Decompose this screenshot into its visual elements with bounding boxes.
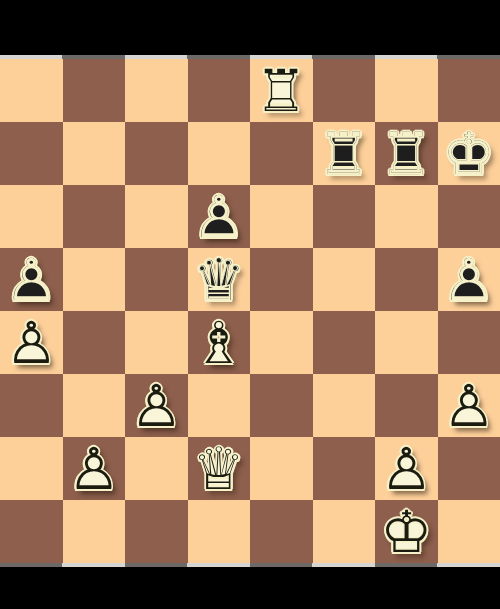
square-a1[interactable] <box>0 500 63 563</box>
square-f4[interactable] <box>313 311 376 374</box>
square-b5[interactable] <box>63 248 126 311</box>
white-queen-detail-lines: ♕ <box>188 440 251 498</box>
square-e7[interactable] <box>250 122 313 185</box>
piece-white-bishop[interactable]: ♝♗ <box>188 311 251 374</box>
square-h6[interactable] <box>438 185 500 248</box>
square-e2[interactable] <box>250 437 313 500</box>
white-pawn-glyph: ♟ <box>438 377 500 435</box>
white-pawn-glyph: ♟ <box>0 314 63 372</box>
screenshot-canvas: ♜♖♜♖♜♖♚♔♟♙♟♙♛♕♟♙♟♙♝♗♟♙♟♙♟♙♛♕♟♙♚♔ <box>0 0 500 609</box>
square-b8[interactable] <box>63 59 126 122</box>
square-f5[interactable] <box>313 248 376 311</box>
piece-black-pawn[interactable]: ♟♙ <box>0 248 63 311</box>
square-b7[interactable] <box>63 122 126 185</box>
square-c1[interactable] <box>125 500 188 563</box>
square-f1[interactable] <box>313 500 376 563</box>
square-f8[interactable] <box>313 59 376 122</box>
white-king-glyph: ♚ <box>375 503 438 561</box>
square-b3[interactable] <box>63 374 126 437</box>
black-pawn-detail-lines: ♙ <box>438 251 500 309</box>
piece-white-pawn[interactable]: ♟♙ <box>0 311 63 374</box>
white-pawn-detail-lines: ♙ <box>375 440 438 498</box>
white-rook-detail-lines: ♖ <box>250 62 313 120</box>
piece-white-king[interactable]: ♚♔ <box>375 500 438 563</box>
square-a3[interactable] <box>0 374 63 437</box>
black-rook-glyph: ♜ <box>313 125 376 183</box>
board-grid: ♜♖♜♖♜♖♚♔♟♙♟♙♛♕♟♙♟♙♝♗♟♙♟♙♟♙♛♕♟♙♚♔ <box>0 59 500 563</box>
piece-white-pawn[interactable]: ♟♙ <box>63 437 126 500</box>
square-h7[interactable]: ♚♔ <box>438 122 500 185</box>
white-king-detail-lines: ♔ <box>375 503 438 561</box>
square-d2[interactable]: ♛♕ <box>188 437 251 500</box>
square-h3[interactable]: ♟♙ <box>438 374 500 437</box>
square-h1[interactable] <box>438 500 500 563</box>
black-rook-detail-lines: ♖ <box>313 125 376 183</box>
black-king-detail-lines: ♔ <box>438 125 500 183</box>
white-pawn-glyph: ♟ <box>125 377 188 435</box>
square-g7[interactable]: ♜♖ <box>375 122 438 185</box>
black-queen-glyph: ♛ <box>188 251 251 309</box>
square-g2[interactable]: ♟♙ <box>375 437 438 500</box>
square-a2[interactable] <box>0 437 63 500</box>
square-c6[interactable] <box>125 185 188 248</box>
white-pawn-glyph: ♟ <box>375 440 438 498</box>
square-a6[interactable] <box>0 185 63 248</box>
square-h5[interactable]: ♟♙ <box>438 248 500 311</box>
square-d6[interactable]: ♟♙ <box>188 185 251 248</box>
white-bishop-glyph: ♝ <box>188 314 251 372</box>
square-e4[interactable] <box>250 311 313 374</box>
piece-black-rook[interactable]: ♜♖ <box>313 122 376 185</box>
square-c2[interactable] <box>125 437 188 500</box>
piece-white-rook[interactable]: ♜♖ <box>250 59 313 122</box>
square-f7[interactable]: ♜♖ <box>313 122 376 185</box>
black-king-glyph: ♚ <box>438 125 500 183</box>
square-f3[interactable] <box>313 374 376 437</box>
white-pawn-detail-lines: ♙ <box>63 440 126 498</box>
square-d7[interactable] <box>188 122 251 185</box>
white-pawn-detail-lines: ♙ <box>0 314 63 372</box>
black-pawn-detail-lines: ♙ <box>0 251 63 309</box>
square-d8[interactable] <box>188 59 251 122</box>
white-queen-glyph: ♛ <box>188 440 251 498</box>
square-c3[interactable]: ♟♙ <box>125 374 188 437</box>
square-a5[interactable]: ♟♙ <box>0 248 63 311</box>
square-e3[interactable] <box>250 374 313 437</box>
square-a8[interactable] <box>0 59 63 122</box>
square-b6[interactable] <box>63 185 126 248</box>
square-h4[interactable] <box>438 311 500 374</box>
square-e6[interactable] <box>250 185 313 248</box>
square-b4[interactable] <box>63 311 126 374</box>
white-pawn-glyph: ♟ <box>63 440 126 498</box>
board-bottom-edge <box>0 563 500 567</box>
white-pawn-detail-lines: ♙ <box>438 377 500 435</box>
piece-white-pawn[interactable]: ♟♙ <box>125 374 188 437</box>
piece-black-king[interactable]: ♚♔ <box>438 122 500 185</box>
piece-white-queen[interactable]: ♛♕ <box>188 437 251 500</box>
piece-black-pawn[interactable]: ♟♙ <box>188 185 251 248</box>
square-c5[interactable] <box>125 248 188 311</box>
square-g4[interactable] <box>375 311 438 374</box>
black-rook-detail-lines: ♖ <box>375 125 438 183</box>
square-e5[interactable] <box>250 248 313 311</box>
square-h2[interactable] <box>438 437 500 500</box>
piece-white-pawn[interactable]: ♟♙ <box>375 437 438 500</box>
square-b2[interactable]: ♟♙ <box>63 437 126 500</box>
piece-black-rook[interactable]: ♜♖ <box>375 122 438 185</box>
square-e8[interactable]: ♜♖ <box>250 59 313 122</box>
square-g8[interactable] <box>375 59 438 122</box>
piece-black-pawn[interactable]: ♟♙ <box>438 248 500 311</box>
black-pawn-glyph: ♟ <box>438 251 500 309</box>
square-d4[interactable]: ♝♗ <box>188 311 251 374</box>
square-c7[interactable] <box>125 122 188 185</box>
square-f6[interactable] <box>313 185 376 248</box>
square-g1[interactable]: ♚♔ <box>375 500 438 563</box>
piece-white-pawn[interactable]: ♟♙ <box>438 374 500 437</box>
black-pawn-detail-lines: ♙ <box>188 188 251 246</box>
square-e1[interactable] <box>250 500 313 563</box>
chess-board: ♜♖♜♖♜♖♚♔♟♙♟♙♛♕♟♙♟♙♝♗♟♙♟♙♟♙♛♕♟♙♚♔ <box>0 55 500 567</box>
square-d5[interactable]: ♛♕ <box>188 248 251 311</box>
black-pawn-glyph: ♟ <box>0 251 63 309</box>
black-pawn-glyph: ♟ <box>188 188 251 246</box>
square-g6[interactable] <box>375 185 438 248</box>
square-h8[interactable] <box>438 59 500 122</box>
square-b1[interactable] <box>63 500 126 563</box>
square-g5[interactable] <box>375 248 438 311</box>
square-a4[interactable]: ♟♙ <box>0 311 63 374</box>
square-f2[interactable] <box>313 437 376 500</box>
white-bishop-detail-lines: ♗ <box>188 314 251 372</box>
white-pawn-detail-lines: ♙ <box>125 377 188 435</box>
square-c8[interactable] <box>125 59 188 122</box>
white-rook-glyph: ♜ <box>250 62 313 120</box>
square-g3[interactable] <box>375 374 438 437</box>
square-d1[interactable] <box>188 500 251 563</box>
black-rook-glyph: ♜ <box>375 125 438 183</box>
square-c4[interactable] <box>125 311 188 374</box>
black-queen-detail-lines: ♕ <box>188 251 251 309</box>
square-d3[interactable] <box>188 374 251 437</box>
square-a7[interactable] <box>0 122 63 185</box>
piece-black-queen[interactable]: ♛♕ <box>188 248 251 311</box>
